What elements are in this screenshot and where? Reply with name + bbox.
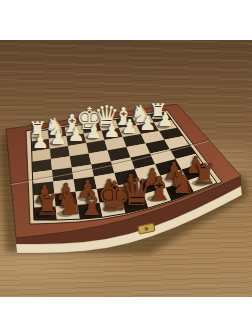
chess-piece-dark-pawn: ♟ <box>55 181 76 205</box>
chess-piece-white-pawn: ♟ <box>67 125 84 144</box>
chess-piece-white-pawn: ♟ <box>50 128 67 147</box>
chess-piece-dark-pawn: ♟ <box>185 154 206 178</box>
chess-piece-white-queen: ♛ <box>94 102 120 131</box>
chess-piece-dark-knight: ♞ <box>55 187 83 219</box>
chess-piece-dark-rook: ♜ <box>192 161 217 189</box>
bottom-white-band <box>0 297 252 336</box>
chess-piece-white-pawn: ♟ <box>139 113 156 132</box>
chess-piece-dark-queen: ♛ <box>120 174 154 212</box>
chess-piece-dark-bishop: ♝ <box>77 186 107 219</box>
chess-piece-white-pawn: ♟ <box>103 120 120 139</box>
chess-piece-white-pawn: ♟ <box>157 110 174 129</box>
chess-piece-white-knight: ♞ <box>44 115 66 139</box>
chessboard-photo: ♜♞♝♚♛♝♞♜♟♟♟♟♟♟♟♟♟♟♟♟♟♟♟♟♜♞♝♚♛♝♞♜ <box>0 40 252 297</box>
chess-piece-white-king: ♚ <box>76 104 103 135</box>
chess-piece-dark-bishop: ♝ <box>145 171 175 204</box>
chess-piece-dark-pawn: ♟ <box>142 166 163 190</box>
chess-piece-white-pawn: ♟ <box>85 121 102 140</box>
chess-piece-white-pawn: ♟ <box>32 131 49 150</box>
product-photo: ♜♞♝♚♛♝♞♜♟♟♟♟♟♟♟♟♟♟♟♟♟♟♟♟♜♞♝♚♛♝♞♜ <box>0 0 252 336</box>
chess-piece-white-rook: ♜ <box>28 118 47 139</box>
chess-piece-dark-pawn: ♟ <box>163 160 184 184</box>
chess-pieces-layer: ♜♞♝♚♛♝♞♜♟♟♟♟♟♟♟♟♟♟♟♟♟♟♟♟♜♞♝♚♛♝♞♜ <box>0 40 252 297</box>
chess-piece-white-rook: ♜ <box>149 101 168 122</box>
chess-piece-white-bishop: ♝ <box>113 104 136 129</box>
chess-piece-dark-pawn: ♟ <box>98 177 119 201</box>
chess-piece-white-knight: ♞ <box>130 102 152 126</box>
chess-piece-dark-king: ♚ <box>96 177 132 217</box>
chess-piece-dark-pawn: ♟ <box>120 172 141 196</box>
chess-piece-dark-pawn: ♟ <box>77 178 98 202</box>
chess-piece-dark-pawn: ♟ <box>34 183 55 207</box>
chess-piece-white-pawn: ♟ <box>121 117 138 136</box>
top-white-band <box>0 0 252 40</box>
chess-piece-white-bishop: ♝ <box>61 111 84 136</box>
chess-piece-dark-rook: ♜ <box>34 192 59 220</box>
chess-piece-dark-knight: ♞ <box>167 167 195 199</box>
